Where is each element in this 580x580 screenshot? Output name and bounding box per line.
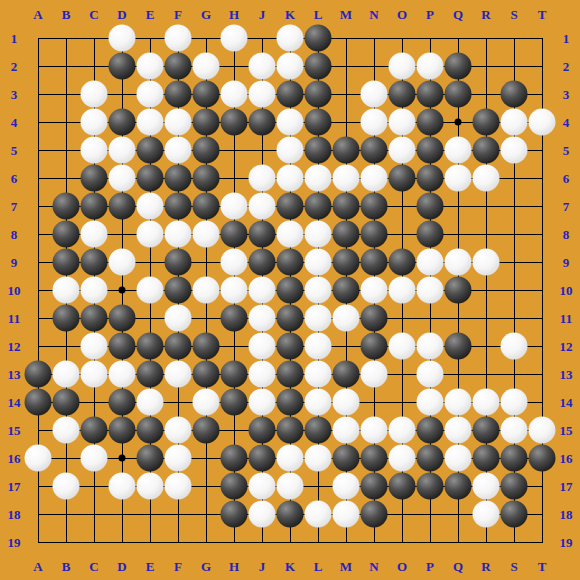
stone-white-Q15 xyxy=(445,417,472,444)
stone-black-K13 xyxy=(277,361,304,388)
stone-black-F2 xyxy=(165,53,192,80)
stone-black-D7 xyxy=(109,193,136,220)
stone-white-T4 xyxy=(529,109,556,136)
stone-black-T16 xyxy=(529,445,556,472)
coord-label-right-15: 15 xyxy=(560,424,573,437)
coord-label-bottom-N: N xyxy=(369,560,378,573)
stone-black-K15 xyxy=(277,417,304,444)
stone-black-N8 xyxy=(361,221,388,248)
stone-white-J13 xyxy=(249,361,276,388)
coord-label-right-11: 11 xyxy=(560,312,572,325)
stone-black-F3 xyxy=(165,81,192,108)
stone-white-L18 xyxy=(305,501,332,528)
coord-label-right-17: 17 xyxy=(560,480,573,493)
stone-black-M7 xyxy=(333,193,360,220)
stone-black-J16 xyxy=(249,445,276,472)
coord-label-left-14: 14 xyxy=(8,396,21,409)
stone-white-J10 xyxy=(249,277,276,304)
coord-label-top-H: H xyxy=(229,8,239,21)
stone-black-K9 xyxy=(277,249,304,276)
stone-black-M10 xyxy=(333,277,360,304)
stone-white-K6 xyxy=(277,165,304,192)
stone-white-G14 xyxy=(193,389,220,416)
stone-white-O12 xyxy=(389,333,416,360)
stone-white-R18 xyxy=(473,501,500,528)
stone-black-F9 xyxy=(165,249,192,276)
coord-label-right-8: 8 xyxy=(563,228,570,241)
stone-white-J12 xyxy=(249,333,276,360)
stone-white-K8 xyxy=(277,221,304,248)
stone-white-D6 xyxy=(109,165,136,192)
stone-black-C9 xyxy=(81,249,108,276)
coord-label-top-C: C xyxy=(89,8,98,21)
stone-white-D1 xyxy=(109,25,136,52)
stone-white-D5 xyxy=(109,137,136,164)
stone-white-H7 xyxy=(221,193,248,220)
stone-white-P2 xyxy=(417,53,444,80)
stone-black-K3 xyxy=(277,81,304,108)
stone-white-H3 xyxy=(221,81,248,108)
stone-white-F8 xyxy=(165,221,192,248)
stone-black-N17 xyxy=(361,473,388,500)
stone-white-P10 xyxy=(417,277,444,304)
stone-black-R5 xyxy=(473,137,500,164)
star-point-D10 xyxy=(119,287,126,294)
coord-label-top-R: R xyxy=(481,8,490,21)
coord-label-top-E: E xyxy=(146,8,155,21)
stone-white-N13 xyxy=(361,361,388,388)
stone-white-N4 xyxy=(361,109,388,136)
stone-black-H17 xyxy=(221,473,248,500)
coord-label-bottom-H: H xyxy=(229,560,239,573)
coord-label-bottom-J: J xyxy=(259,560,266,573)
stone-black-P3 xyxy=(417,81,444,108)
stone-white-D9 xyxy=(109,249,136,276)
stone-black-R16 xyxy=(473,445,500,472)
stone-white-N10 xyxy=(361,277,388,304)
coord-label-top-T: T xyxy=(538,8,547,21)
go-board-screenshot: AABBCCDDEEFFGGHHJJKKLLMMNNOOPPQQRRSSTT11… xyxy=(0,0,580,580)
stone-black-S16 xyxy=(501,445,528,472)
coord-label-bottom-O: O xyxy=(397,560,407,573)
coord-label-top-M: M xyxy=(340,8,352,21)
stone-black-D15 xyxy=(109,417,136,444)
stone-black-R4 xyxy=(473,109,500,136)
stone-white-O4 xyxy=(389,109,416,136)
stone-white-C10 xyxy=(81,277,108,304)
coord-label-top-N: N xyxy=(369,8,378,21)
stone-white-E2 xyxy=(137,53,164,80)
stone-white-L14 xyxy=(305,389,332,416)
stone-black-C15 xyxy=(81,417,108,444)
coord-label-bottom-R: R xyxy=(481,560,490,573)
stone-white-D17 xyxy=(109,473,136,500)
stone-white-G2 xyxy=(193,53,220,80)
stone-white-P12 xyxy=(417,333,444,360)
stone-black-M13 xyxy=(333,361,360,388)
stone-white-R17 xyxy=(473,473,500,500)
coord-label-bottom-E: E xyxy=(146,560,155,573)
stone-black-H13 xyxy=(221,361,248,388)
stone-white-F13 xyxy=(165,361,192,388)
stone-black-K11 xyxy=(277,305,304,332)
stone-black-L7 xyxy=(305,193,332,220)
stone-white-S12 xyxy=(501,333,528,360)
stone-black-A14 xyxy=(25,389,52,416)
coord-label-left-5: 5 xyxy=(11,144,18,157)
coord-label-left-15: 15 xyxy=(8,424,21,437)
coord-label-left-10: 10 xyxy=(8,284,21,297)
coord-label-right-1: 1 xyxy=(563,32,570,45)
coord-label-right-18: 18 xyxy=(560,508,573,521)
stone-black-S18 xyxy=(501,501,528,528)
stone-black-D12 xyxy=(109,333,136,360)
stone-white-Q9 xyxy=(445,249,472,276)
stone-black-G4 xyxy=(193,109,220,136)
stone-white-B17 xyxy=(53,473,80,500)
coord-label-bottom-C: C xyxy=(89,560,98,573)
stone-black-C7 xyxy=(81,193,108,220)
coord-label-left-9: 9 xyxy=(11,256,18,269)
stone-black-G6 xyxy=(193,165,220,192)
stone-black-G12 xyxy=(193,333,220,360)
stone-white-B15 xyxy=(53,417,80,444)
stone-white-J14 xyxy=(249,389,276,416)
stone-black-G5 xyxy=(193,137,220,164)
stone-white-J2 xyxy=(249,53,276,80)
stone-white-Q16 xyxy=(445,445,472,472)
stone-black-B8 xyxy=(53,221,80,248)
stone-black-D2 xyxy=(109,53,136,80)
stone-white-Q5 xyxy=(445,137,472,164)
stone-white-D13 xyxy=(109,361,136,388)
stone-white-F4 xyxy=(165,109,192,136)
stone-black-S17 xyxy=(501,473,528,500)
stone-white-E8 xyxy=(137,221,164,248)
stone-white-L9 xyxy=(305,249,332,276)
coord-label-left-18: 18 xyxy=(8,508,21,521)
stone-white-O10 xyxy=(389,277,416,304)
stone-black-Q17 xyxy=(445,473,472,500)
coord-label-top-J: J xyxy=(259,8,266,21)
stone-white-H9 xyxy=(221,249,248,276)
stone-white-S14 xyxy=(501,389,528,416)
stone-black-O6 xyxy=(389,165,416,192)
coord-label-bottom-B: B xyxy=(62,560,71,573)
stone-black-R15 xyxy=(473,417,500,444)
coord-label-bottom-G: G xyxy=(201,560,211,573)
stone-white-C5 xyxy=(81,137,108,164)
coord-label-right-7: 7 xyxy=(563,200,570,213)
stone-white-E7 xyxy=(137,193,164,220)
stone-black-M9 xyxy=(333,249,360,276)
stone-black-P15 xyxy=(417,417,444,444)
stone-black-J8 xyxy=(249,221,276,248)
stone-black-K7 xyxy=(277,193,304,220)
stone-black-N9 xyxy=(361,249,388,276)
stone-white-K1 xyxy=(277,25,304,52)
stone-white-Q6 xyxy=(445,165,472,192)
stone-white-N15 xyxy=(361,417,388,444)
coord-label-right-16: 16 xyxy=(560,452,573,465)
stone-black-E6 xyxy=(137,165,164,192)
stone-black-K10 xyxy=(277,277,304,304)
stone-black-H18 xyxy=(221,501,248,528)
stone-black-M5 xyxy=(333,137,360,164)
coord-label-left-4: 4 xyxy=(11,116,18,129)
stone-white-N6 xyxy=(361,165,388,192)
coord-label-right-2: 2 xyxy=(563,60,570,73)
stone-white-G8 xyxy=(193,221,220,248)
coord-label-right-5: 5 xyxy=(563,144,570,157)
coord-label-bottom-K: K xyxy=(285,560,295,573)
stone-white-E10 xyxy=(137,277,164,304)
stone-white-G10 xyxy=(193,277,220,304)
stone-black-F7 xyxy=(165,193,192,220)
stone-black-J15 xyxy=(249,417,276,444)
coord-label-top-G: G xyxy=(201,8,211,21)
stone-black-P17 xyxy=(417,473,444,500)
coord-label-top-B: B xyxy=(62,8,71,21)
coord-label-right-14: 14 xyxy=(560,396,573,409)
stone-white-M14 xyxy=(333,389,360,416)
stone-white-C16 xyxy=(81,445,108,472)
stone-white-H10 xyxy=(221,277,248,304)
stone-black-Q12 xyxy=(445,333,472,360)
coord-label-left-16: 16 xyxy=(8,452,21,465)
coord-label-bottom-S: S xyxy=(510,560,517,573)
stone-white-L12 xyxy=(305,333,332,360)
stone-black-D14 xyxy=(109,389,136,416)
coord-label-bottom-M: M xyxy=(340,560,352,573)
stone-black-N12 xyxy=(361,333,388,360)
stone-white-F1 xyxy=(165,25,192,52)
coord-label-top-P: P xyxy=(426,8,434,21)
stone-white-F5 xyxy=(165,137,192,164)
stone-black-Q3 xyxy=(445,81,472,108)
stone-white-C13 xyxy=(81,361,108,388)
stone-black-Q10 xyxy=(445,277,472,304)
stone-white-B10 xyxy=(53,277,80,304)
coord-label-left-19: 19 xyxy=(8,536,21,549)
stone-black-O17 xyxy=(389,473,416,500)
stone-white-E3 xyxy=(137,81,164,108)
stone-black-O3 xyxy=(389,81,416,108)
stone-black-K18 xyxy=(277,501,304,528)
stone-black-F10 xyxy=(165,277,192,304)
stone-white-L8 xyxy=(305,221,332,248)
stone-black-L3 xyxy=(305,81,332,108)
stone-black-N7 xyxy=(361,193,388,220)
stone-white-L16 xyxy=(305,445,332,472)
stone-black-H11 xyxy=(221,305,248,332)
stone-black-S3 xyxy=(501,81,528,108)
stone-black-N16 xyxy=(361,445,388,472)
stone-black-P8 xyxy=(417,221,444,248)
stone-white-P14 xyxy=(417,389,444,416)
stone-black-C6 xyxy=(81,165,108,192)
stone-white-R6 xyxy=(473,165,500,192)
stone-white-J6 xyxy=(249,165,276,192)
coord-label-right-19: 19 xyxy=(560,536,573,549)
stone-black-E12 xyxy=(137,333,164,360)
stone-black-J9 xyxy=(249,249,276,276)
coord-label-right-6: 6 xyxy=(563,172,570,185)
stone-white-O5 xyxy=(389,137,416,164)
stone-white-T15 xyxy=(529,417,556,444)
coord-label-bottom-L: L xyxy=(314,560,323,573)
stone-black-H4 xyxy=(221,109,248,136)
stone-white-F16 xyxy=(165,445,192,472)
coord-label-top-K: K xyxy=(285,8,295,21)
stone-white-K2 xyxy=(277,53,304,80)
stone-black-L5 xyxy=(305,137,332,164)
coord-label-bottom-T: T xyxy=(538,560,547,573)
stone-white-C8 xyxy=(81,221,108,248)
stone-black-M16 xyxy=(333,445,360,472)
stone-black-P4 xyxy=(417,109,444,136)
coord-label-left-8: 8 xyxy=(11,228,18,241)
coord-label-top-S: S xyxy=(510,8,517,21)
stone-black-H16 xyxy=(221,445,248,472)
stone-black-L4 xyxy=(305,109,332,136)
stone-black-E5 xyxy=(137,137,164,164)
coord-label-top-L: L xyxy=(314,8,323,21)
stone-white-M6 xyxy=(333,165,360,192)
stone-black-F12 xyxy=(165,333,192,360)
stone-white-S15 xyxy=(501,417,528,444)
coord-label-left-11: 11 xyxy=(8,312,20,325)
stone-white-K16 xyxy=(277,445,304,472)
stone-black-A13 xyxy=(25,361,52,388)
stone-black-G7 xyxy=(193,193,220,220)
stone-black-B11 xyxy=(53,305,80,332)
coord-label-left-13: 13 xyxy=(8,368,21,381)
coord-label-left-3: 3 xyxy=(11,88,18,101)
stone-black-P7 xyxy=(417,193,444,220)
stone-white-Q14 xyxy=(445,389,472,416)
coord-label-top-A: A xyxy=(33,8,42,21)
stone-black-D4 xyxy=(109,109,136,136)
stone-white-O15 xyxy=(389,417,416,444)
stone-white-P9 xyxy=(417,249,444,276)
stone-black-P6 xyxy=(417,165,444,192)
stone-white-M18 xyxy=(333,501,360,528)
stone-white-J3 xyxy=(249,81,276,108)
grid-line-horizontal xyxy=(38,542,543,543)
stone-white-C4 xyxy=(81,109,108,136)
stone-white-J18 xyxy=(249,501,276,528)
stone-black-B9 xyxy=(53,249,80,276)
stone-white-L11 xyxy=(305,305,332,332)
stone-white-J11 xyxy=(249,305,276,332)
stone-black-F6 xyxy=(165,165,192,192)
stone-black-P5 xyxy=(417,137,444,164)
stone-white-L6 xyxy=(305,165,332,192)
coord-label-right-3: 3 xyxy=(563,88,570,101)
stone-white-R14 xyxy=(473,389,500,416)
coord-label-bottom-F: F xyxy=(174,560,182,573)
stone-black-E15 xyxy=(137,417,164,444)
stone-black-G13 xyxy=(193,361,220,388)
stone-white-O2 xyxy=(389,53,416,80)
stone-white-S4 xyxy=(501,109,528,136)
stone-white-K17 xyxy=(277,473,304,500)
stone-black-M8 xyxy=(333,221,360,248)
stone-black-K14 xyxy=(277,389,304,416)
stone-white-M15 xyxy=(333,417,360,444)
stone-white-L13 xyxy=(305,361,332,388)
stone-black-L2 xyxy=(305,53,332,80)
stone-white-M11 xyxy=(333,305,360,332)
stone-black-H14 xyxy=(221,389,248,416)
stone-black-P16 xyxy=(417,445,444,472)
stone-white-J7 xyxy=(249,193,276,220)
coord-label-right-10: 10 xyxy=(560,284,573,297)
stone-black-L1 xyxy=(305,25,332,52)
stone-white-F17 xyxy=(165,473,192,500)
stone-black-Q2 xyxy=(445,53,472,80)
coord-label-bottom-D: D xyxy=(117,560,126,573)
coord-label-left-17: 17 xyxy=(8,480,21,493)
coord-label-top-O: O xyxy=(397,8,407,21)
stone-black-E16 xyxy=(137,445,164,472)
stone-black-O9 xyxy=(389,249,416,276)
coord-label-top-Q: Q xyxy=(453,8,463,21)
stone-black-J4 xyxy=(249,109,276,136)
coord-label-right-12: 12 xyxy=(560,340,573,353)
stone-white-N3 xyxy=(361,81,388,108)
stone-white-L10 xyxy=(305,277,332,304)
stone-black-G3 xyxy=(193,81,220,108)
stone-black-N18 xyxy=(361,501,388,528)
stone-white-E14 xyxy=(137,389,164,416)
coord-label-left-1: 1 xyxy=(11,32,18,45)
stone-black-B14 xyxy=(53,389,80,416)
stone-black-C11 xyxy=(81,305,108,332)
coord-label-right-4: 4 xyxy=(563,116,570,129)
stone-black-D11 xyxy=(109,305,136,332)
stone-white-R9 xyxy=(473,249,500,276)
stone-white-E17 xyxy=(137,473,164,500)
stone-black-K12 xyxy=(277,333,304,360)
stone-black-H8 xyxy=(221,221,248,248)
coord-label-top-F: F xyxy=(174,8,182,21)
stone-black-L15 xyxy=(305,417,332,444)
stone-black-G15 xyxy=(193,417,220,444)
stone-white-A16 xyxy=(25,445,52,472)
stone-white-F15 xyxy=(165,417,192,444)
stone-white-O16 xyxy=(389,445,416,472)
coord-label-bottom-P: P xyxy=(426,560,434,573)
stone-white-C3 xyxy=(81,81,108,108)
coord-label-left-12: 12 xyxy=(8,340,21,353)
coord-label-right-13: 13 xyxy=(560,368,573,381)
coord-label-right-9: 9 xyxy=(563,256,570,269)
stone-white-J17 xyxy=(249,473,276,500)
stone-white-P13 xyxy=(417,361,444,388)
stone-white-M17 xyxy=(333,473,360,500)
stone-white-H1 xyxy=(221,25,248,52)
stone-black-E13 xyxy=(137,361,164,388)
coord-label-top-D: D xyxy=(117,8,126,21)
coord-label-left-2: 2 xyxy=(11,60,18,73)
stone-white-S5 xyxy=(501,137,528,164)
star-point-Q4 xyxy=(455,119,462,126)
coord-label-bottom-A: A xyxy=(33,560,42,573)
stone-white-K4 xyxy=(277,109,304,136)
coord-label-left-7: 7 xyxy=(11,200,18,213)
